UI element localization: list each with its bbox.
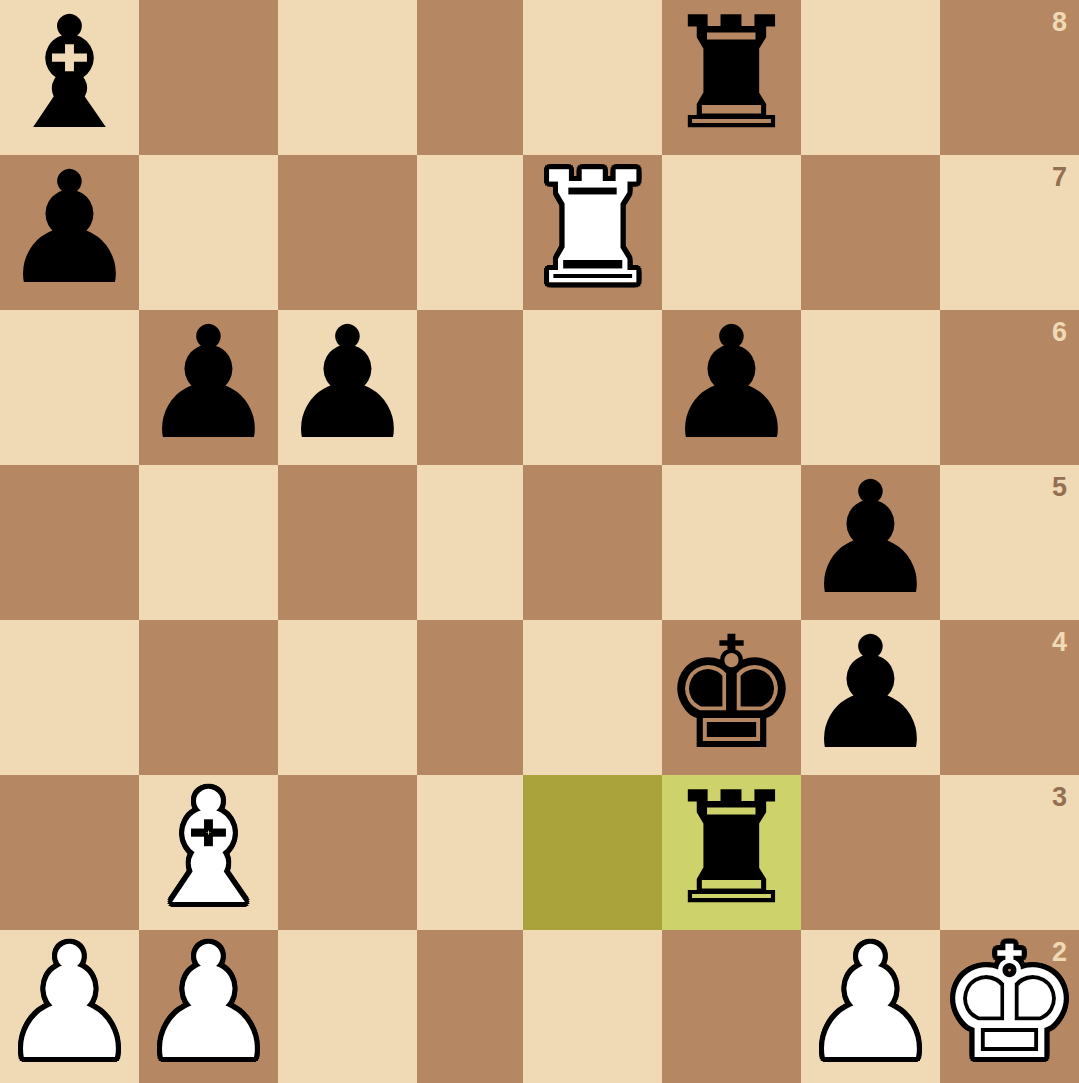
square-h3[interactable]: 3 xyxy=(940,775,1079,930)
square-h7[interactable]: 7 xyxy=(940,155,1079,310)
square-a4[interactable] xyxy=(0,620,139,775)
page-root: ♝♜8♟♜7♟♟♟6♟5♚♟4♝♜3♟♟♟♚2abcde♜fgh1 xyxy=(0,0,1079,1083)
square-f4[interactable]: ♚ xyxy=(662,620,801,775)
piece-black-pawn[interactable]: ♟ xyxy=(801,616,940,771)
square-f5[interactable] xyxy=(662,465,801,620)
piece-black-rook[interactable]: ♜ xyxy=(662,771,801,926)
square-e8[interactable] xyxy=(523,0,662,155)
square-e6[interactable] xyxy=(523,310,662,465)
square-h5[interactable]: 5 xyxy=(940,465,1079,620)
piece-black-bishop[interactable]: ♝ xyxy=(0,0,139,151)
square-g3[interactable] xyxy=(801,775,940,930)
piece-black-pawn[interactable]: ♟ xyxy=(662,306,801,461)
rank-label-2: 2 xyxy=(1052,939,1067,966)
square-c6[interactable]: ♟ xyxy=(278,310,417,465)
square-a6[interactable] xyxy=(0,310,139,465)
rank-label-7: 7 xyxy=(1052,164,1067,191)
square-a8[interactable]: ♝ xyxy=(0,0,139,155)
piece-white-pawn[interactable]: ♟ xyxy=(139,926,278,1081)
square-f8[interactable]: ♜ xyxy=(662,0,801,155)
square-d2[interactable] xyxy=(417,930,523,1083)
square-d7[interactable] xyxy=(417,155,523,310)
square-d4[interactable] xyxy=(417,620,523,775)
square-d5[interactable] xyxy=(417,465,523,620)
square-c8[interactable] xyxy=(278,0,417,155)
square-g6[interactable] xyxy=(801,310,940,465)
piece-black-rook[interactable]: ♜ xyxy=(662,0,801,151)
square-g2[interactable]: ♟ xyxy=(801,930,940,1083)
rank-label-4: 4 xyxy=(1052,629,1067,656)
rank-label-8: 8 xyxy=(1052,9,1067,36)
square-c7[interactable] xyxy=(278,155,417,310)
piece-black-pawn[interactable]: ♟ xyxy=(139,306,278,461)
square-b5[interactable] xyxy=(139,465,278,620)
square-h6[interactable]: 6 xyxy=(940,310,1079,465)
square-g4[interactable]: ♟ xyxy=(801,620,940,775)
square-h2[interactable]: ♚2 xyxy=(940,930,1079,1083)
square-e3[interactable] xyxy=(523,775,662,930)
square-h8[interactable]: 8 xyxy=(940,0,1079,155)
square-d6[interactable] xyxy=(417,310,523,465)
piece-black-pawn[interactable]: ♟ xyxy=(801,461,940,616)
square-e5[interactable] xyxy=(523,465,662,620)
square-f2[interactable] xyxy=(662,930,801,1083)
piece-black-pawn[interactable]: ♟ xyxy=(0,151,139,306)
rank-label-5: 5 xyxy=(1052,474,1067,501)
square-g8[interactable] xyxy=(801,0,940,155)
chess-board: ♝♜8♟♜7♟♟♟6♟5♚♟4♝♜3♟♟♟♚2abcde♜fgh1 xyxy=(0,0,1079,1077)
square-g5[interactable]: ♟ xyxy=(801,465,940,620)
square-f7[interactable] xyxy=(662,155,801,310)
piece-white-pawn[interactable]: ♟ xyxy=(0,926,139,1081)
piece-black-pawn[interactable]: ♟ xyxy=(278,306,417,461)
square-a5[interactable] xyxy=(0,465,139,620)
square-b4[interactable] xyxy=(139,620,278,775)
square-b2[interactable]: ♟ xyxy=(139,930,278,1083)
square-e7[interactable]: ♜ xyxy=(523,155,662,310)
square-b6[interactable]: ♟ xyxy=(139,310,278,465)
square-e4[interactable] xyxy=(523,620,662,775)
square-h4[interactable]: 4 xyxy=(940,620,1079,775)
square-d8[interactable] xyxy=(417,0,523,155)
square-c4[interactable] xyxy=(278,620,417,775)
square-g7[interactable] xyxy=(801,155,940,310)
square-f6[interactable]: ♟ xyxy=(662,310,801,465)
rank-label-3: 3 xyxy=(1052,784,1067,811)
square-c5[interactable] xyxy=(278,465,417,620)
square-a7[interactable]: ♟ xyxy=(0,155,139,310)
piece-black-king[interactable]: ♚ xyxy=(662,616,801,771)
square-a3[interactable] xyxy=(0,775,139,930)
rank-label-6: 6 xyxy=(1052,319,1067,346)
piece-white-bishop[interactable]: ♝ xyxy=(139,771,278,926)
square-c2[interactable] xyxy=(278,930,417,1083)
square-c3[interactable] xyxy=(278,775,417,930)
piece-white-rook[interactable]: ♜ xyxy=(523,151,662,306)
square-d3[interactable] xyxy=(417,775,523,930)
square-b8[interactable] xyxy=(139,0,278,155)
square-b7[interactable] xyxy=(139,155,278,310)
square-e2[interactable] xyxy=(523,930,662,1083)
square-f3[interactable]: ♜ xyxy=(662,775,801,930)
square-a2[interactable]: ♟ xyxy=(0,930,139,1083)
square-b3[interactable]: ♝ xyxy=(139,775,278,930)
piece-white-pawn[interactable]: ♟ xyxy=(801,926,940,1081)
